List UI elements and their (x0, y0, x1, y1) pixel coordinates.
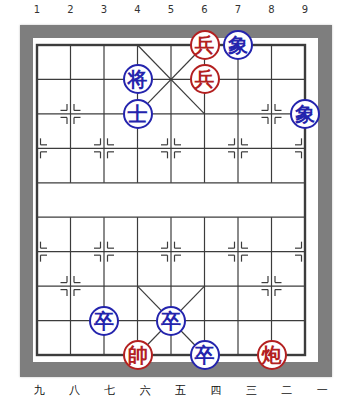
piece-glyph: 兵 (195, 69, 215, 89)
file-label-bottom-4: 六 (140, 383, 151, 398)
file-label-bottom-7: 三 (246, 383, 257, 398)
piece-red-soldier[interactable]: 兵 (190, 30, 220, 60)
piece-glyph: 兵 (195, 35, 215, 55)
piece-black-elephant[interactable]: 象 (290, 99, 320, 129)
piece-glyph: 将 (128, 69, 148, 89)
board-grid (0, 0, 350, 402)
piece-glyph: 卒 (94, 311, 114, 331)
file-label-bottom-8: 二 (281, 383, 292, 398)
piece-glyph: 象 (228, 35, 248, 55)
piece-glyph: 士 (128, 104, 148, 124)
piece-black-soldier[interactable]: 卒 (89, 306, 119, 336)
piece-black-soldier[interactable]: 卒 (190, 340, 220, 370)
xiangqi-diagram: 123456789 兵象将兵士象卒卒帥卒炮 九八七六五四三二一 (0, 0, 350, 402)
file-label-bottom-2: 八 (69, 383, 80, 398)
file-label-bottom-1: 九 (34, 383, 45, 398)
piece-glyph: 帥 (128, 345, 148, 365)
piece-glyph: 炮 (262, 345, 282, 365)
piece-black-advisor[interactable]: 士 (123, 99, 153, 129)
file-label-bottom-5: 五 (175, 383, 186, 398)
piece-black-elephant[interactable]: 象 (223, 30, 253, 60)
piece-black-soldier[interactable]: 卒 (156, 306, 186, 336)
file-label-bottom-6: 四 (211, 383, 222, 398)
file-label-bottom-3: 七 (104, 383, 115, 398)
piece-black-general[interactable]: 将 (123, 64, 153, 94)
piece-red-cannon[interactable]: 炮 (257, 340, 287, 370)
piece-glyph: 卒 (161, 311, 181, 331)
file-label-bottom-9: 一 (317, 383, 328, 398)
piece-red-general[interactable]: 帥 (123, 340, 153, 370)
piece-glyph: 象 (295, 104, 315, 124)
piece-red-soldier[interactable]: 兵 (190, 64, 220, 94)
piece-glyph: 卒 (195, 345, 215, 365)
